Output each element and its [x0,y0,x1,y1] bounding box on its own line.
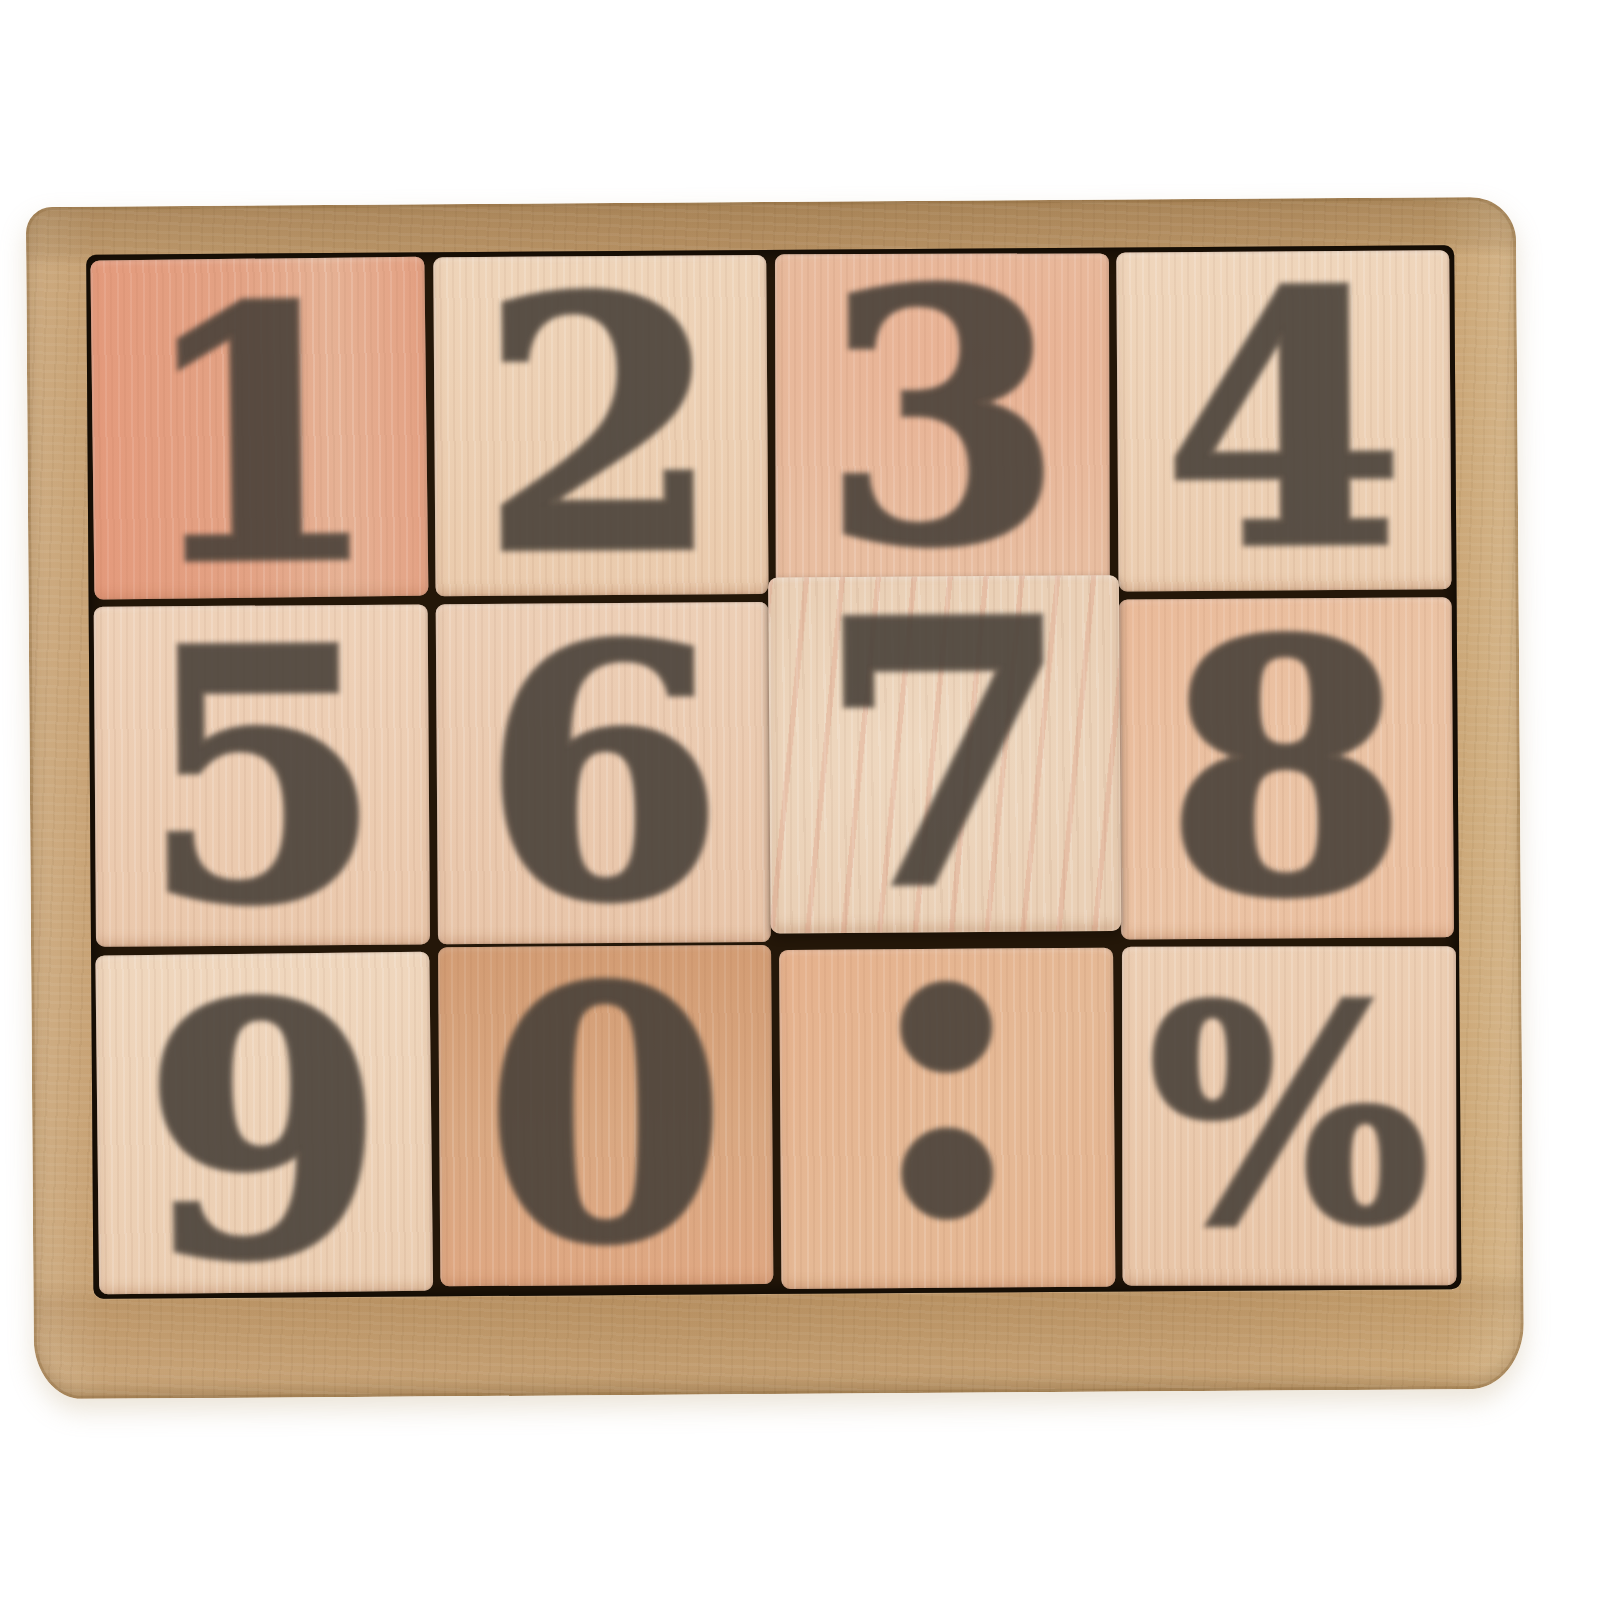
stamp-glyph-5: 5 [140,605,382,947]
stamp-glyph-6: 6 [482,602,724,944]
stamp-block-5[interactable]: 5 [94,605,430,947]
stamp-glyph-8: 8 [1165,598,1407,940]
stamp-block-colon[interactable]: : [779,947,1115,1289]
stamp-glyph-4: 4 [1162,250,1404,592]
stamp-block-7[interactable]: 7 [768,575,1121,934]
stamp-block-2[interactable]: 2 [433,255,769,597]
box-tray: 1234567890:% [86,245,1461,1299]
kraft-box: 1234567890:% [26,197,1524,1399]
stamp-glyph-percent: % [1148,968,1429,1263]
stamp-glyph-9: 9 [142,958,386,1294]
stamp-block-0[interactable]: 0 [438,945,774,1287]
product-photo: 1234567890:% [0,0,1600,1600]
stamp-block-8[interactable]: 8 [1118,598,1454,940]
stamp-glyph-1: 1 [137,262,381,600]
stamp-block-1[interactable]: 1 [90,257,428,600]
stamp-block-9[interactable]: 9 [95,951,432,1294]
stamp-block-3[interactable]: 3 [775,253,1109,593]
stamp-glyph-colon: : [860,947,1033,1278]
block-grid: 1234567890:% [91,250,1456,1293]
stamp-glyph-2: 2 [479,255,721,597]
stamp-block-percent[interactable]: % [1121,946,1455,1286]
stamp-glyph-7: 7 [817,575,1072,934]
stamp-glyph-0: 0 [484,945,726,1287]
stamp-block-4[interactable]: 4 [1116,250,1452,592]
stamp-glyph-3: 3 [822,253,1063,591]
stamp-block-6[interactable]: 6 [435,602,771,944]
